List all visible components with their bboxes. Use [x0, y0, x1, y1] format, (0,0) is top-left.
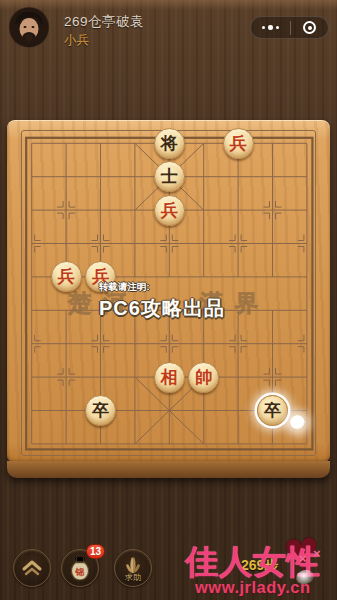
board-point: 兵	[152, 193, 186, 226]
board-point: 卒	[83, 394, 117, 427]
level-title: 269仓亭破袁	[64, 13, 144, 31]
avatar-image	[10, 8, 48, 46]
dot-icon	[268, 25, 273, 30]
board-point: 将	[152, 127, 186, 160]
piece-black-advisor[interactable]: 士	[154, 161, 185, 192]
close-button[interactable]	[291, 17, 328, 38]
header-bar: 269仓亭破袁 小兵	[0, 0, 337, 56]
dot-icon	[276, 26, 279, 29]
piece-black-general[interactable]: 将	[154, 128, 185, 159]
piece-red-soldier[interactable]: 兵	[85, 261, 116, 292]
board-point: 兵	[49, 260, 83, 293]
hint-bag-button[interactable]: 锦 13	[61, 549, 99, 587]
chevron-up-icon	[21, 558, 43, 578]
help-button[interactable]: 求助	[114, 549, 152, 587]
player-name: 小兵	[64, 32, 89, 49]
board-point: 相	[152, 360, 186, 393]
avatar[interactable]	[10, 8, 48, 46]
site-url: www.jrlady.cn	[195, 578, 311, 597]
piece-red-elephant[interactable]: 相	[154, 362, 185, 393]
board-point: 卒	[255, 394, 289, 427]
praying-hands-icon	[123, 556, 143, 574]
piece-red-soldier[interactable]: 兵	[223, 128, 254, 159]
xiangqi-board: 将兵士兵兵兵相帥卒卒	[15, 127, 325, 461]
step-counter: 269步	[241, 557, 278, 575]
heart-icon: ♥	[281, 520, 323, 583]
piece-black-soldier[interactable]: 卒	[257, 395, 288, 426]
app-screen: 269仓亭破袁 小兵 楚河 漢界 将兵士兵兵兵相帥卒卒 转载请注明: PC6攻略…	[0, 0, 337, 600]
move-hint-dot[interactable]	[290, 415, 305, 430]
more-menu-button[interactable]	[251, 17, 290, 38]
piece-red-general[interactable]: 帥	[188, 362, 219, 393]
svg-text:锦: 锦	[75, 567, 85, 577]
close-circle-icon	[303, 21, 316, 34]
heart-stitch: ×	[313, 546, 321, 561]
board-frame-edge	[7, 461, 330, 478]
board-point: 士	[152, 160, 186, 193]
money-bag-icon: 锦	[68, 555, 92, 581]
heart-stitch: ×	[299, 551, 307, 566]
board-point: 帥	[186, 360, 220, 393]
heart-shine	[294, 568, 315, 586]
miniprogram-capsule	[250, 16, 329, 39]
help-label: 求助	[115, 572, 151, 583]
board-point: 兵	[221, 127, 255, 160]
board-point: 兵	[83, 260, 117, 293]
dot-icon	[262, 26, 265, 29]
piece-black-soldier[interactable]: 卒	[85, 395, 116, 426]
piece-red-soldier[interactable]: 兵	[154, 195, 185, 226]
expand-button[interactable]	[13, 549, 51, 587]
badge-count: 13	[86, 544, 105, 559]
piece-red-soldier[interactable]: 兵	[51, 261, 82, 292]
